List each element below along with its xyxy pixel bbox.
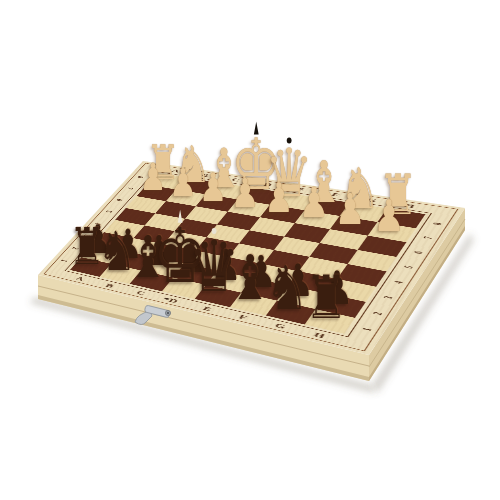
latch-screw-slot bbox=[167, 312, 169, 314]
product-photo-stage: AABBCCDDEEFFGGHH1122334455667788 ♜♞♝♚♛♝♞… bbox=[0, 0, 500, 500]
